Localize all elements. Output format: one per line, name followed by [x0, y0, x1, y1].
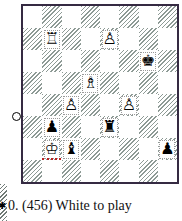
- square-f5: [119, 72, 138, 94]
- square-c7: [62, 28, 81, 50]
- square-e4: [100, 94, 119, 116]
- square-e5: [100, 72, 119, 94]
- square-h2: ♟: [158, 138, 177, 160]
- page: ♖♙♚♗♙♙♟♜♔♝♟ ✱ 0. (456) White to play: [0, 0, 182, 221]
- white-rook: ♖: [44, 30, 60, 49]
- square-g6: ♚: [139, 50, 158, 72]
- adjacent-diagram-fragment: ✱: [0, 184, 7, 221]
- square-c1: [62, 160, 81, 182]
- white-king: ♔: [44, 140, 60, 159]
- square-e3: ♜: [100, 116, 119, 138]
- square-c3: [62, 116, 81, 138]
- square-g5: [139, 72, 158, 94]
- square-a4: [23, 94, 42, 116]
- square-b5: [42, 72, 61, 94]
- black-king: ♚: [140, 52, 156, 71]
- square-a2: [23, 138, 42, 160]
- diagram-caption: 0. (456) White to play: [8, 198, 132, 214]
- square-f8: [119, 6, 138, 28]
- square-c4: ♙: [62, 94, 81, 116]
- square-g4: [139, 94, 158, 116]
- square-b8: [42, 6, 61, 28]
- square-a8: [23, 6, 42, 28]
- square-h5: [158, 72, 177, 94]
- chess-board: ♖♙♚♗♙♙♟♜♔♝♟: [21, 4, 179, 184]
- black-pawn: ♟: [159, 140, 175, 159]
- square-c8: [62, 6, 81, 28]
- white-pawn: ♙: [121, 96, 137, 115]
- square-h3: [158, 116, 177, 138]
- square-e2: [100, 138, 119, 160]
- square-e8: [100, 6, 119, 28]
- square-c5: [62, 72, 81, 94]
- white-pawn: ♙: [63, 96, 79, 115]
- square-b3: ♟: [42, 116, 61, 138]
- square-d3: [81, 116, 100, 138]
- square-d6: [81, 50, 100, 72]
- black-bishop: ♝: [63, 140, 79, 159]
- square-e6: [100, 50, 119, 72]
- black-rook: ♜: [102, 118, 118, 137]
- square-h6: [158, 50, 177, 72]
- white-bishop: ♗: [82, 74, 98, 93]
- square-h4: [158, 94, 177, 116]
- square-e7: ♙: [100, 28, 119, 50]
- square-b7: ♖: [42, 28, 61, 50]
- square-d5: ♗: [81, 72, 100, 94]
- square-f4: ♙: [119, 94, 138, 116]
- cutoff-piece-fragment-icon: ✱: [0, 201, 6, 211]
- square-f6: [119, 50, 138, 72]
- square-c6: [62, 50, 81, 72]
- square-h8: [158, 6, 177, 28]
- square-b1: [42, 160, 61, 182]
- square-g2: [139, 138, 158, 160]
- square-c2: ♝: [62, 138, 81, 160]
- black-pawn: ♟: [44, 118, 60, 137]
- square-f7: [119, 28, 138, 50]
- square-g3: [139, 116, 158, 138]
- square-a3: [23, 116, 42, 138]
- square-h1: [158, 160, 177, 182]
- square-b2: ♔: [42, 138, 61, 160]
- square-a5: [23, 72, 42, 94]
- square-g1: [139, 160, 158, 182]
- white-pawn: ♙: [102, 30, 118, 49]
- square-d2: [81, 138, 100, 160]
- square-a1: [23, 160, 42, 182]
- square-g7: [139, 28, 158, 50]
- square-d8: [81, 6, 100, 28]
- side-to-move-indicator: [12, 112, 21, 121]
- square-d4: [81, 94, 100, 116]
- square-b6: [42, 50, 61, 72]
- square-f3: [119, 116, 138, 138]
- square-d1: [81, 160, 100, 182]
- square-b4: [42, 94, 61, 116]
- square-e1: [100, 160, 119, 182]
- square-f1: [119, 160, 138, 182]
- square-g8: [139, 6, 158, 28]
- square-a6: [23, 50, 42, 72]
- square-h7: [158, 28, 177, 50]
- square-a7: [23, 28, 42, 50]
- square-f2: [119, 138, 138, 160]
- square-d7: [81, 28, 100, 50]
